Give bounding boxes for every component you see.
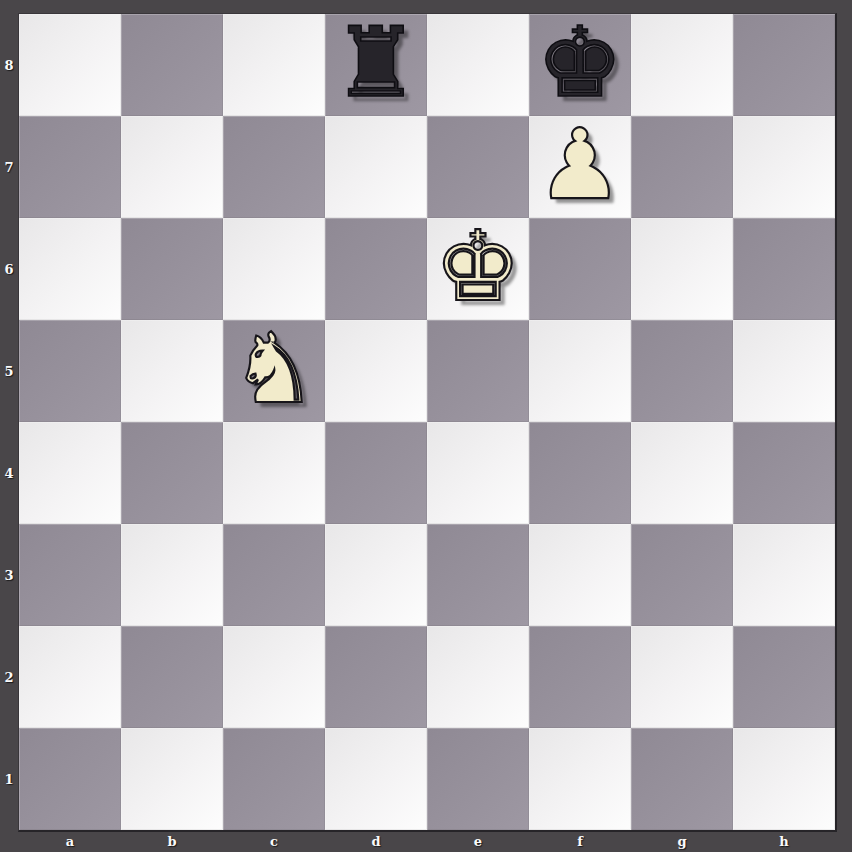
square-d5[interactable] bbox=[325, 320, 427, 422]
rank-label-2: 2 bbox=[0, 626, 18, 728]
file-labels: abcdefgh bbox=[19, 831, 835, 852]
rank-label-1: 1 bbox=[0, 728, 18, 830]
square-g8[interactable] bbox=[631, 14, 733, 116]
square-e4[interactable] bbox=[427, 422, 529, 524]
square-a3[interactable] bbox=[19, 524, 121, 626]
square-g2[interactable] bbox=[631, 626, 733, 728]
square-c3[interactable] bbox=[223, 524, 325, 626]
rank-label-8: 8 bbox=[0, 14, 18, 116]
square-e3[interactable] bbox=[427, 524, 529, 626]
rank-label-7: 7 bbox=[0, 116, 18, 218]
square-b6[interactable] bbox=[121, 218, 223, 320]
square-e5[interactable] bbox=[427, 320, 529, 422]
square-d2[interactable] bbox=[325, 626, 427, 728]
rank-label-3: 3 bbox=[0, 524, 18, 626]
square-e7[interactable] bbox=[427, 116, 529, 218]
rank-label-4: 4 bbox=[0, 422, 18, 524]
square-c7[interactable] bbox=[223, 116, 325, 218]
square-a8[interactable] bbox=[19, 14, 121, 116]
rank-label-5: 5 bbox=[0, 320, 18, 422]
square-a6[interactable] bbox=[19, 218, 121, 320]
square-c5[interactable]: ♞ bbox=[223, 320, 325, 422]
square-h6[interactable] bbox=[733, 218, 835, 320]
black-king-f8[interactable]: ♚ bbox=[537, 14, 624, 111]
square-g6[interactable] bbox=[631, 218, 733, 320]
black-rook-d8[interactable]: ♜ bbox=[333, 14, 420, 111]
square-a2[interactable] bbox=[19, 626, 121, 728]
square-f6[interactable] bbox=[529, 218, 631, 320]
square-b8[interactable] bbox=[121, 14, 223, 116]
square-c1[interactable] bbox=[223, 728, 325, 830]
square-h8[interactable] bbox=[733, 14, 835, 116]
square-h1[interactable] bbox=[733, 728, 835, 830]
square-h3[interactable] bbox=[733, 524, 835, 626]
square-f1[interactable] bbox=[529, 728, 631, 830]
square-d6[interactable] bbox=[325, 218, 427, 320]
square-b1[interactable] bbox=[121, 728, 223, 830]
board: ♜♚♟♚♞ bbox=[18, 13, 837, 832]
square-a4[interactable] bbox=[19, 422, 121, 524]
square-d7[interactable] bbox=[325, 116, 427, 218]
square-d4[interactable] bbox=[325, 422, 427, 524]
square-h7[interactable] bbox=[733, 116, 835, 218]
square-c2[interactable] bbox=[223, 626, 325, 728]
square-h5[interactable] bbox=[733, 320, 835, 422]
square-g3[interactable] bbox=[631, 524, 733, 626]
square-d1[interactable] bbox=[325, 728, 427, 830]
square-f5[interactable] bbox=[529, 320, 631, 422]
rank-labels: 87654321 bbox=[0, 14, 18, 830]
square-e8[interactable] bbox=[427, 14, 529, 116]
square-g1[interactable] bbox=[631, 728, 733, 830]
square-b2[interactable] bbox=[121, 626, 223, 728]
square-f7[interactable]: ♟ bbox=[529, 116, 631, 218]
square-f4[interactable] bbox=[529, 422, 631, 524]
white-pawn-f7[interactable]: ♟ bbox=[537, 116, 624, 213]
file-label-d: d bbox=[325, 831, 427, 852]
file-label-e: e bbox=[427, 831, 529, 852]
white-king-e6[interactable]: ♚ bbox=[435, 218, 522, 315]
white-knight-c5[interactable]: ♞ bbox=[231, 320, 318, 417]
square-g7[interactable] bbox=[631, 116, 733, 218]
square-f2[interactable] bbox=[529, 626, 631, 728]
file-label-c: c bbox=[223, 831, 325, 852]
square-e2[interactable] bbox=[427, 626, 529, 728]
rank-label-6: 6 bbox=[0, 218, 18, 320]
file-label-f: f bbox=[529, 831, 631, 852]
square-d3[interactable] bbox=[325, 524, 427, 626]
square-b4[interactable] bbox=[121, 422, 223, 524]
square-c8[interactable] bbox=[223, 14, 325, 116]
square-b5[interactable] bbox=[121, 320, 223, 422]
square-b3[interactable] bbox=[121, 524, 223, 626]
file-label-g: g bbox=[631, 831, 733, 852]
square-h2[interactable] bbox=[733, 626, 835, 728]
square-g4[interactable] bbox=[631, 422, 733, 524]
square-d8[interactable]: ♜ bbox=[325, 14, 427, 116]
square-e6[interactable]: ♚ bbox=[427, 218, 529, 320]
file-label-b: b bbox=[121, 831, 223, 852]
square-e1[interactable] bbox=[427, 728, 529, 830]
square-h4[interactable] bbox=[733, 422, 835, 524]
square-f8[interactable]: ♚ bbox=[529, 14, 631, 116]
square-c4[interactable] bbox=[223, 422, 325, 524]
file-label-h: h bbox=[733, 831, 835, 852]
square-f3[interactable] bbox=[529, 524, 631, 626]
square-a1[interactable] bbox=[19, 728, 121, 830]
square-a5[interactable] bbox=[19, 320, 121, 422]
file-label-a: a bbox=[19, 831, 121, 852]
chessboard-frame: ♜♚♟♚♞ 87654321 abcdefgh bbox=[0, 0, 852, 852]
square-a7[interactable] bbox=[19, 116, 121, 218]
square-g5[interactable] bbox=[631, 320, 733, 422]
square-b7[interactable] bbox=[121, 116, 223, 218]
square-c6[interactable] bbox=[223, 218, 325, 320]
